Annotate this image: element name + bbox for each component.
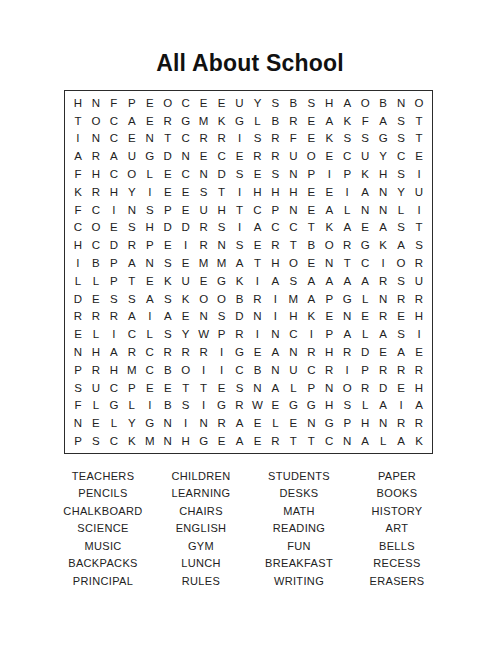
grid-cell: T — [302, 432, 320, 450]
grid-cell: O — [320, 236, 338, 254]
grid-cell: R — [410, 414, 428, 432]
grid-cell: T — [195, 379, 213, 397]
grid-cell: S — [105, 290, 123, 308]
grid-cell: O — [356, 94, 374, 112]
grid-cell: I — [320, 165, 338, 183]
grid-cell: U — [284, 361, 302, 379]
grid-cell: K — [177, 290, 195, 308]
grid-cell: A — [392, 432, 410, 450]
word-list-item: BELLS — [348, 538, 446, 555]
grid-cell: E — [159, 183, 177, 201]
word-list: TEACHERSPENCILSCHALKBOARDSCIENCEMUSICBAC… — [54, 468, 446, 590]
grid-cell: S — [410, 236, 428, 254]
grid-cell: I — [338, 361, 356, 379]
puzzle-page: All About School HNFPEOCEEUYSBSHAOBNOTOC… — [0, 0, 500, 647]
grid-cell: G — [231, 112, 249, 130]
grid-cell: U — [410, 183, 428, 201]
grid-cell: N — [159, 414, 177, 432]
grid-cell: E — [177, 308, 195, 326]
grid-cell: L — [69, 272, 87, 290]
grid-cell: F — [105, 94, 123, 112]
grid-cell: Y — [249, 94, 267, 112]
grid-cell: R — [87, 183, 105, 201]
grid-cell: T — [69, 112, 87, 130]
grid-cell: M — [284, 290, 302, 308]
grid-cell: T — [213, 183, 231, 201]
grid-cell: A — [320, 112, 338, 130]
word-list-item: CHALKBOARD — [54, 503, 152, 520]
grid-cell: K — [338, 112, 356, 130]
grid-cell: E — [213, 379, 231, 397]
grid-cell: S — [266, 94, 284, 112]
word-list-item: DESKS — [250, 485, 348, 502]
grid-cell: C — [69, 219, 87, 237]
grid-cell: D — [231, 308, 249, 326]
word-list-item: TEACHERS — [54, 468, 152, 485]
grid-cell: A — [374, 397, 392, 415]
grid-cell: H — [320, 397, 338, 415]
grid-cell: N — [195, 165, 213, 183]
grid-cell: S — [338, 130, 356, 148]
grid-cell: C — [87, 201, 105, 219]
grid-cell: R — [410, 254, 428, 272]
grid-cell: R — [392, 361, 410, 379]
grid-cell: N — [338, 432, 356, 450]
grid-cell: U — [87, 379, 105, 397]
grid-cell: A — [338, 272, 356, 290]
grid-cell: C — [392, 147, 410, 165]
grid-cell: R — [159, 343, 177, 361]
grid-cell: L — [249, 112, 267, 130]
grid-cell: E — [213, 94, 231, 112]
grid-cell: E — [356, 308, 374, 326]
grid-cell: R — [123, 236, 141, 254]
grid-cell: S — [231, 379, 249, 397]
grid-cell: N — [266, 325, 284, 343]
grid-cell: U — [231, 94, 249, 112]
grid-cell: E — [87, 290, 105, 308]
grid-cell: S — [159, 254, 177, 272]
grid-cell: U — [177, 272, 195, 290]
grid-cell: C — [177, 130, 195, 148]
grid-cell: O — [302, 147, 320, 165]
grid-cell: B — [249, 361, 267, 379]
grid-cell: O — [87, 219, 105, 237]
grid-cell: S — [231, 236, 249, 254]
grid-cell: N — [87, 130, 105, 148]
grid-cell: E — [141, 272, 159, 290]
grid-cell: G — [213, 397, 231, 415]
grid-cell: G — [141, 414, 159, 432]
grid-cell: S — [195, 183, 213, 201]
grid-cell: D — [177, 219, 195, 237]
word-list-column: CHILDRENLEARNINGCHAIRSENGLISHGYMLUNCHRUL… — [152, 468, 250, 590]
grid-cell: R — [105, 308, 123, 326]
grid-cell: E — [302, 112, 320, 130]
grid-cell: S — [213, 308, 231, 326]
grid-cell: A — [320, 272, 338, 290]
grid-cell: D — [105, 236, 123, 254]
grid-cell: N — [338, 308, 356, 326]
grid-cell: O — [195, 290, 213, 308]
word-list-item: CHILDREN — [152, 468, 250, 485]
grid-cell: S — [392, 325, 410, 343]
grid-cell: A — [374, 112, 392, 130]
word-list-item: PENCILS — [54, 485, 152, 502]
grid-cell: S — [141, 201, 159, 219]
grid-cell: I — [392, 397, 410, 415]
grid-cell: E — [177, 183, 195, 201]
grid-cell: E — [159, 379, 177, 397]
grid-cell: R — [320, 361, 338, 379]
grid-cell: I — [338, 183, 356, 201]
grid-cell: S — [69, 379, 87, 397]
letter-grid-box: HNFPEOCEEUYSBSHAOBNOTOCAERGMKGLBREAKFAST… — [64, 90, 433, 454]
grid-cell: A — [105, 343, 123, 361]
grid-cell: N — [284, 165, 302, 183]
grid-cell: E — [249, 432, 267, 450]
grid-cell: D — [69, 290, 87, 308]
grid-cell: N — [195, 414, 213, 432]
grid-cell: D — [374, 379, 392, 397]
grid-cell: C — [302, 361, 320, 379]
grid-cell: O — [410, 94, 428, 112]
grid-cell: I — [141, 183, 159, 201]
grid-cell: S — [392, 219, 410, 237]
grid-cell: R — [231, 325, 249, 343]
grid-cell: T — [231, 201, 249, 219]
grid-cell: L — [87, 272, 105, 290]
grid-cell: R — [392, 290, 410, 308]
word-list-item: GYM — [152, 538, 250, 555]
grid-cell: R — [213, 414, 231, 432]
grid-cell: R — [195, 130, 213, 148]
grid-cell: P — [105, 254, 123, 272]
grid-cell: P — [320, 290, 338, 308]
grid-cell: E — [249, 236, 267, 254]
grid-cell: L — [266, 414, 284, 432]
grid-cell: P — [141, 236, 159, 254]
grid-cell: L — [87, 397, 105, 415]
grid-cell: P — [320, 325, 338, 343]
grid-cell: M — [141, 432, 159, 450]
grid-cell: H — [320, 94, 338, 112]
word-list-column: PAPERBOOKSHISTORYARTBELLSRECESSERASERS — [348, 468, 446, 590]
grid-cell: E — [249, 414, 267, 432]
grid-cell: F — [69, 201, 87, 219]
grid-cell: N — [141, 254, 159, 272]
grid-cell: S — [266, 165, 284, 183]
grid-cell: R — [195, 343, 213, 361]
grid-cell: B — [87, 254, 105, 272]
grid-cell: O — [123, 165, 141, 183]
grid-cell: L — [284, 379, 302, 397]
word-list-item: BACKPACKS — [54, 555, 152, 572]
grid-cell: S — [392, 112, 410, 130]
grid-cell: A — [410, 397, 428, 415]
grid-cell: O — [284, 254, 302, 272]
grid-cell: U — [195, 201, 213, 219]
grid-cell: P — [338, 414, 356, 432]
grid-cell: E — [374, 343, 392, 361]
grid-cell: H — [105, 183, 123, 201]
word-list-item: PRINCIPAL — [54, 573, 152, 590]
grid-cell: A — [105, 147, 123, 165]
word-list-item: MUSIC — [54, 538, 152, 555]
grid-cell: K — [320, 130, 338, 148]
grid-cell: K — [159, 272, 177, 290]
grid-cell: I — [231, 219, 249, 237]
grid-cell: P — [356, 361, 374, 379]
grid-cell: E — [159, 236, 177, 254]
grid-cell: E — [177, 254, 195, 272]
word-list-item: LUNCH — [152, 555, 250, 572]
grid-cell: E — [159, 165, 177, 183]
grid-cell: N — [320, 254, 338, 272]
grid-cell: R — [266, 432, 284, 450]
grid-cell: H — [87, 343, 105, 361]
grid-cell: I — [195, 397, 213, 415]
word-list-item: CHAIRS — [152, 503, 250, 520]
grid-cell: H — [69, 236, 87, 254]
grid-cell: E — [320, 183, 338, 201]
grid-cell: R — [266, 130, 284, 148]
grid-cell: C — [284, 219, 302, 237]
grid-cell: E — [123, 130, 141, 148]
grid-cell: R — [87, 308, 105, 326]
grid-cell: A — [320, 201, 338, 219]
grid-cell: C — [284, 325, 302, 343]
grid-cell: L — [374, 432, 392, 450]
word-list-item: HISTORY — [348, 503, 446, 520]
grid-cell: N — [141, 130, 159, 148]
grid-cell: R — [374, 272, 392, 290]
grid-cell: H — [177, 432, 195, 450]
grid-cell: A — [159, 308, 177, 326]
grid-cell: R — [356, 379, 374, 397]
grid-cell: C — [123, 325, 141, 343]
grid-cell: M — [213, 254, 231, 272]
grid-cell: N — [374, 290, 392, 308]
grid-cell: C — [177, 165, 195, 183]
grid-cell: N — [159, 432, 177, 450]
grid-cell: E — [410, 147, 428, 165]
grid-cell: T — [410, 130, 428, 148]
grid-cell: L — [123, 397, 141, 415]
grid-cell: R — [410, 361, 428, 379]
grid-cell: A — [69, 147, 87, 165]
grid-cell: R — [87, 147, 105, 165]
grid-cell: E — [141, 379, 159, 397]
grid-cell: U — [123, 147, 141, 165]
grid-cell: A — [374, 325, 392, 343]
grid-cell: E — [320, 308, 338, 326]
grid-cell: R — [338, 343, 356, 361]
grid-cell: O — [159, 94, 177, 112]
grid-cell: I — [213, 361, 231, 379]
grid-cell: N — [374, 183, 392, 201]
grid-cell: Y — [374, 147, 392, 165]
grid-cell: A — [302, 290, 320, 308]
grid-cell: N — [356, 201, 374, 219]
grid-cell: O — [177, 361, 195, 379]
grid-cell: E — [231, 147, 249, 165]
grid-cell: D — [159, 147, 177, 165]
grid-cell: C — [141, 361, 159, 379]
grid-cell: T — [123, 272, 141, 290]
grid-cell: I — [302, 325, 320, 343]
grid-cell: T — [284, 236, 302, 254]
word-list-column: TEACHERSPENCILSCHALKBOARDSCIENCEMUSICBAC… — [54, 468, 152, 590]
word-list-item: ERASERS — [348, 573, 446, 590]
grid-cell: B — [159, 397, 177, 415]
grid-cell: O — [392, 254, 410, 272]
grid-cell: R — [266, 236, 284, 254]
grid-cell: N — [249, 308, 267, 326]
grid-cell: P — [302, 379, 320, 397]
word-list-item: ART — [348, 520, 446, 537]
grid-cell: N — [69, 343, 87, 361]
word-list-item: BREAKFAST — [250, 555, 348, 572]
grid-cell: C — [87, 236, 105, 254]
grid-cell: I — [249, 272, 267, 290]
grid-cell: P — [123, 94, 141, 112]
grid-cell: N — [87, 94, 105, 112]
grid-cell: I — [141, 397, 159, 415]
grid-cell: P — [302, 165, 320, 183]
grid-cell: A — [356, 183, 374, 201]
grid-cell: R — [249, 290, 267, 308]
grid-cell: K — [374, 236, 392, 254]
grid-cell: C — [105, 432, 123, 450]
grid-cell: S — [213, 219, 231, 237]
grid-cell: E — [87, 414, 105, 432]
grid-cell: C — [338, 147, 356, 165]
grid-cell: U — [284, 147, 302, 165]
grid-cell: E — [195, 147, 213, 165]
grid-cell: E — [105, 219, 123, 237]
grid-cell: K — [356, 165, 374, 183]
word-list-item: RECESS — [348, 555, 446, 572]
grid-cell: I — [231, 183, 249, 201]
grid-cell: L — [338, 201, 356, 219]
grid-cell: H — [410, 379, 428, 397]
grid-cell: S — [284, 272, 302, 290]
grid-cell: S — [249, 130, 267, 148]
grid-cell: H — [410, 308, 428, 326]
grid-cell: G — [356, 236, 374, 254]
grid-cell: Y — [123, 183, 141, 201]
grid-cell: C — [266, 219, 284, 237]
grid-cell: N — [320, 379, 338, 397]
grid-cell: H — [374, 165, 392, 183]
grid-cell: S — [392, 130, 410, 148]
grid-cell: R — [195, 236, 213, 254]
grid-cell: N — [213, 236, 231, 254]
grid-cell: G — [302, 397, 320, 415]
grid-cell: L — [392, 201, 410, 219]
grid-cell: G — [141, 147, 159, 165]
grid-cell: P — [338, 165, 356, 183]
grid-cell: E — [177, 201, 195, 219]
grid-cell: R — [302, 343, 320, 361]
grid-cell: F — [69, 165, 87, 183]
puzzle-title: All About School — [0, 48, 500, 78]
grid-cell: B — [302, 236, 320, 254]
grid-cell: R — [392, 414, 410, 432]
grid-cell: E — [302, 183, 320, 201]
grid-cell: E — [141, 94, 159, 112]
grid-cell: N — [302, 414, 320, 432]
grid-cell: N — [284, 343, 302, 361]
grid-cell: E — [302, 201, 320, 219]
grid-cell: N — [69, 414, 87, 432]
word-list-item: BOOKS — [348, 485, 446, 502]
grid-cell: L — [356, 325, 374, 343]
word-list-item: READING — [250, 520, 348, 537]
grid-cell: A — [392, 236, 410, 254]
grid-cell: A — [123, 254, 141, 272]
word-list-item: FUN — [250, 538, 348, 555]
grid-cell: S — [338, 397, 356, 415]
grid-cell: P — [69, 432, 87, 450]
grid-cell: C — [320, 432, 338, 450]
grid-cell: C — [231, 361, 249, 379]
grid-cell: T — [410, 219, 428, 237]
grid-cell: H — [320, 343, 338, 361]
grid-cell: L — [141, 165, 159, 183]
grid-cell: A — [123, 308, 141, 326]
grid-cell: C — [105, 130, 123, 148]
grid-cell: R — [249, 147, 267, 165]
word-list-item: PAPER — [348, 468, 446, 485]
grid-cell: A — [356, 272, 374, 290]
grid-cell: I — [266, 308, 284, 326]
grid-cell: D — [213, 165, 231, 183]
grid-cell: T — [249, 254, 267, 272]
grid-cell: I — [249, 325, 267, 343]
grid-cell: A — [266, 379, 284, 397]
grid-cell: A — [249, 219, 267, 237]
grid-cell: R — [231, 397, 249, 415]
grid-cell: H — [141, 219, 159, 237]
grid-cell: K — [213, 112, 231, 130]
grid-cell: S — [159, 290, 177, 308]
grid-cell: G — [213, 272, 231, 290]
grid-cell: I — [69, 254, 87, 272]
grid-cell: R — [338, 236, 356, 254]
grid-cell: D — [356, 343, 374, 361]
grid-cell: S — [177, 397, 195, 415]
grid-cell: T — [284, 432, 302, 450]
grid-cell: K — [320, 219, 338, 237]
grid-cell: I — [410, 165, 428, 183]
grid-cell: N — [195, 308, 213, 326]
grid-cell: U — [356, 147, 374, 165]
grid-cell: R — [87, 361, 105, 379]
grid-cell: A — [123, 112, 141, 130]
grid-cell: P — [266, 201, 284, 219]
grid-cell: N — [249, 379, 267, 397]
grid-cell: F — [284, 130, 302, 148]
grid-cell: E — [284, 414, 302, 432]
grid-cell: N — [123, 201, 141, 219]
grid-cell: T — [338, 254, 356, 272]
grid-cell: E — [195, 94, 213, 112]
grid-cell: C — [105, 112, 123, 130]
grid-cell: A — [338, 94, 356, 112]
grid-cell: F — [356, 112, 374, 130]
